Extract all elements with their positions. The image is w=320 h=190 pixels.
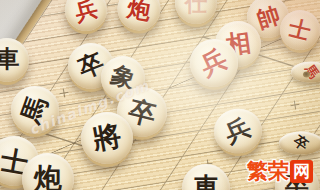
black-piece-炮[interactable]: 炮	[22, 153, 74, 190]
piece-character: 兵	[221, 115, 255, 147]
black-piece-卒[interactable]: 卒	[279, 132, 320, 155]
black-piece-車[interactable]: 車	[182, 164, 230, 190]
piece-character: 炮	[126, 0, 153, 22]
piece-character: 車	[0, 48, 19, 72]
piece-character: 士	[287, 17, 313, 43]
piece-character: 帥	[254, 3, 283, 32]
xiangqi-board-photo: 仕炮兵帥士相車兵卒馬象馬卒兵將卒士炮卒車 chinaimg.com 繁荣 网	[0, 0, 320, 190]
red-piece-士[interactable]: 士	[280, 10, 320, 50]
logo-text: 繁荣	[247, 157, 289, 185]
piece-character: 車	[193, 175, 219, 190]
piece-side-hole	[303, 72, 310, 78]
black-piece-車[interactable]: 車	[0, 38, 29, 82]
red-piece-仕[interactable]: 仕	[175, 0, 217, 24]
red-piece-馬[interactable]: 馬	[291, 62, 320, 83]
black-piece-兵[interactable]: 兵	[211, 105, 265, 157]
site-logo-watermark: 繁荣 网	[247, 157, 313, 185]
black-piece-將[interactable]: 將	[81, 112, 133, 164]
red-piece-炮[interactable]: 炮	[118, 0, 161, 31]
piece-character: 卒	[291, 133, 311, 153]
piece-character: 炮	[34, 165, 62, 190]
logo-badge: 网	[290, 160, 313, 183]
piece-character: 兵	[197, 46, 231, 80]
piece-character: 兵	[72, 0, 100, 24]
red-piece-兵[interactable]: 兵	[190, 39, 238, 87]
piece-character: 卒	[126, 96, 159, 129]
red-piece-兵[interactable]: 兵	[65, 0, 107, 31]
piece-character: 將	[91, 122, 124, 155]
piece-character: 仕	[185, 0, 208, 14]
